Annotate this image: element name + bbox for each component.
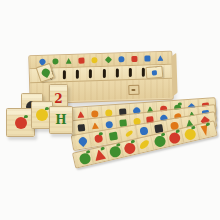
number-2-block-glyph: 2 bbox=[54, 93, 62, 105]
triangle-icon bbox=[93, 148, 106, 161]
circle-icon bbox=[108, 145, 121, 158]
square-icon bbox=[77, 123, 85, 131]
circle-icon bbox=[78, 152, 91, 165]
circle-icon bbox=[153, 134, 166, 147]
triangle-icon bbox=[77, 111, 84, 118]
slot-3 bbox=[76, 70, 79, 79]
blue-truck-tile-icon bbox=[152, 70, 157, 75]
picture-tile-flat bbox=[145, 66, 163, 79]
circle-icon bbox=[168, 131, 181, 144]
blue-fish-icon bbox=[118, 56, 124, 62]
carrot-icon bbox=[198, 124, 211, 137]
red-ladybug-icon bbox=[79, 58, 85, 64]
yellow-duck-icon bbox=[92, 57, 98, 63]
red-car-icon bbox=[131, 56, 137, 62]
circle-icon bbox=[183, 127, 196, 140]
green-leaf-icon bbox=[105, 57, 111, 63]
letter-H-block: H bbox=[49, 106, 73, 134]
product-photo: 2H bbox=[0, 0, 220, 220]
banana-icon bbox=[124, 129, 133, 138]
circle-icon bbox=[139, 126, 148, 135]
yellow-pear-block-icon bbox=[36, 109, 48, 121]
blue-boat-icon bbox=[157, 55, 163, 61]
green-watering-can-tile-icon bbox=[40, 68, 50, 78]
square-icon bbox=[109, 132, 118, 141]
blue-block-icon bbox=[144, 55, 150, 61]
circle-icon bbox=[94, 134, 103, 143]
green-turtle-icon bbox=[52, 58, 58, 64]
circle-icon bbox=[105, 120, 113, 128]
strip-cell bbox=[195, 122, 213, 139]
green-tree-icon bbox=[66, 58, 72, 64]
circle-icon bbox=[91, 110, 98, 117]
slot-7 bbox=[129, 68, 132, 77]
slot-6 bbox=[115, 68, 118, 77]
slot-8 bbox=[142, 68, 145, 77]
slot-5 bbox=[102, 69, 105, 78]
letter-H-block-glyph: H bbox=[55, 114, 66, 126]
banana-icon bbox=[138, 138, 151, 151]
circle-icon bbox=[123, 141, 136, 154]
slot-4 bbox=[89, 69, 92, 78]
picture-strips-group bbox=[66, 94, 218, 174]
red-apple-block-icon bbox=[15, 117, 27, 129]
triangle-icon bbox=[91, 122, 99, 130]
teardrop-icon bbox=[78, 137, 87, 146]
slot-2 bbox=[63, 70, 66, 79]
